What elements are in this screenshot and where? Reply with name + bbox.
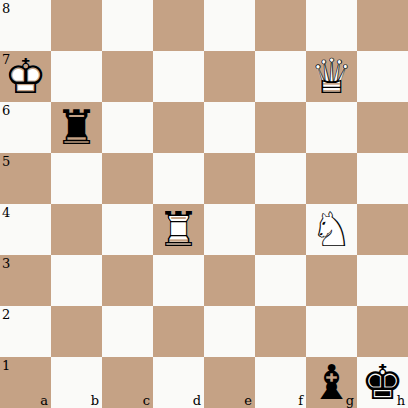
white-knight-piece[interactable]: ♞♘ <box>306 204 357 255</box>
square-d4[interactable]: ♜♖ <box>153 204 204 255</box>
square-c6[interactable] <box>102 102 153 153</box>
square-d7[interactable] <box>153 51 204 102</box>
rank-label-7: 7 <box>2 53 10 66</box>
square-f7[interactable] <box>255 51 306 102</box>
rank-label-2: 2 <box>2 308 10 321</box>
square-c2[interactable] <box>102 306 153 357</box>
file-label-b: b <box>91 394 99 407</box>
square-d8[interactable] <box>153 0 204 51</box>
file-label-h: h <box>397 394 405 407</box>
square-g6[interactable] <box>306 102 357 153</box>
square-b2[interactable] <box>51 306 102 357</box>
square-c1[interactable]: c <box>102 357 153 408</box>
square-c5[interactable] <box>102 153 153 204</box>
square-g2[interactable] <box>306 306 357 357</box>
square-g1[interactable]: g♝ <box>306 357 357 408</box>
square-e6[interactable] <box>204 102 255 153</box>
square-c8[interactable] <box>102 0 153 51</box>
white-queen-piece[interactable]: ♛♕ <box>306 51 357 102</box>
square-e3[interactable] <box>204 255 255 306</box>
square-b8[interactable] <box>51 0 102 51</box>
square-h1[interactable]: h♚ <box>357 357 408 408</box>
file-label-c: c <box>143 394 150 407</box>
square-a7[interactable]: 7♚♔ <box>0 51 51 102</box>
square-h8[interactable] <box>357 0 408 51</box>
square-g7[interactable]: ♛♕ <box>306 51 357 102</box>
square-a2[interactable]: 2 <box>0 306 51 357</box>
square-a6[interactable]: 6 <box>0 102 51 153</box>
square-h2[interactable] <box>357 306 408 357</box>
rank-label-5: 5 <box>2 155 10 168</box>
square-b1[interactable]: b <box>51 357 102 408</box>
square-f1[interactable]: f <box>255 357 306 408</box>
square-h7[interactable] <box>357 51 408 102</box>
square-h6[interactable] <box>357 102 408 153</box>
square-a8[interactable]: 8 <box>0 0 51 51</box>
square-f8[interactable] <box>255 0 306 51</box>
square-f6[interactable] <box>255 102 306 153</box>
square-a1[interactable]: 1a <box>0 357 51 408</box>
square-b5[interactable] <box>51 153 102 204</box>
rank-label-8: 8 <box>2 2 10 15</box>
square-h5[interactable] <box>357 153 408 204</box>
white-rook-piece[interactable]: ♜♖ <box>153 204 204 255</box>
rank-label-4: 4 <box>2 206 10 219</box>
square-h4[interactable] <box>357 204 408 255</box>
square-g8[interactable] <box>306 0 357 51</box>
file-label-e: e <box>244 394 252 407</box>
square-b6[interactable]: ♜ <box>51 102 102 153</box>
square-b3[interactable] <box>51 255 102 306</box>
square-h3[interactable] <box>357 255 408 306</box>
black-rook-piece[interactable]: ♜ <box>51 102 102 153</box>
square-d3[interactable] <box>153 255 204 306</box>
file-label-f: f <box>298 394 303 407</box>
chess-board: 87♚♔♛♕6♜54♜♖♞♘321abcdefg♝h♚ <box>0 0 408 408</box>
square-d5[interactable] <box>153 153 204 204</box>
square-f3[interactable] <box>255 255 306 306</box>
square-e4[interactable] <box>204 204 255 255</box>
rank-label-6: 6 <box>2 104 10 117</box>
square-d6[interactable] <box>153 102 204 153</box>
white-rook-glyph: ♖ <box>153 204 204 255</box>
square-e1[interactable]: e <box>204 357 255 408</box>
square-e7[interactable] <box>204 51 255 102</box>
square-f5[interactable] <box>255 153 306 204</box>
square-c3[interactable] <box>102 255 153 306</box>
white-knight-glyph: ♘ <box>306 204 357 255</box>
square-g3[interactable] <box>306 255 357 306</box>
square-e8[interactable] <box>204 0 255 51</box>
square-a4[interactable]: 4 <box>0 204 51 255</box>
file-label-a: a <box>40 394 48 407</box>
square-a5[interactable]: 5 <box>0 153 51 204</box>
square-g4[interactable]: ♞♘ <box>306 204 357 255</box>
square-g5[interactable] <box>306 153 357 204</box>
black-rook-glyph: ♜ <box>51 102 102 153</box>
square-a3[interactable]: 3 <box>0 255 51 306</box>
square-d1[interactable]: d <box>153 357 204 408</box>
rank-label-3: 3 <box>2 257 10 270</box>
square-d2[interactable] <box>153 306 204 357</box>
square-b7[interactable] <box>51 51 102 102</box>
square-e2[interactable] <box>204 306 255 357</box>
file-label-d: d <box>193 394 201 407</box>
square-c4[interactable] <box>102 204 153 255</box>
rank-label-1: 1 <box>2 359 10 372</box>
file-label-g: g <box>346 394 354 407</box>
square-b4[interactable] <box>51 204 102 255</box>
square-f2[interactable] <box>255 306 306 357</box>
square-e5[interactable] <box>204 153 255 204</box>
square-f4[interactable] <box>255 204 306 255</box>
white-queen-glyph: ♕ <box>306 51 357 102</box>
square-c7[interactable] <box>102 51 153 102</box>
